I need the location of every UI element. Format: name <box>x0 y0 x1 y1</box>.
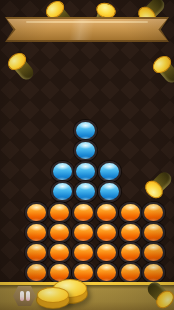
disc-blue[interactable] <box>98 181 121 202</box>
disc-blue[interactable] <box>74 181 97 202</box>
disc-orange[interactable] <box>72 222 95 243</box>
coin-icon <box>142 166 174 201</box>
disc-orange[interactable] <box>142 242 165 263</box>
disc-orange[interactable] <box>72 242 95 263</box>
disc-orange[interactable] <box>142 202 165 223</box>
disc-orange[interactable] <box>119 242 142 263</box>
disc-orange[interactable] <box>48 242 71 263</box>
pause-icon <box>26 291 30 301</box>
disc-orange[interactable] <box>25 262 48 283</box>
disc-orange[interactable] <box>95 242 118 263</box>
disc-orange[interactable] <box>25 242 48 263</box>
banner-text <box>7 19 167 40</box>
disc-blue[interactable] <box>51 161 74 182</box>
disc-orange[interactable] <box>95 202 118 223</box>
disc-orange[interactable] <box>72 202 95 223</box>
disc-blue[interactable] <box>74 140 97 161</box>
disc-blue[interactable] <box>74 120 97 141</box>
game-screen <box>0 0 174 310</box>
disc-orange[interactable] <box>48 222 71 243</box>
coin-face <box>37 287 69 303</box>
disc-blue[interactable] <box>51 181 74 202</box>
disc-orange[interactable] <box>25 202 48 223</box>
title-banner <box>5 17 169 42</box>
disc-orange[interactable] <box>95 262 118 283</box>
coin-icon <box>37 287 69 308</box>
disc-orange[interactable] <box>142 222 165 243</box>
disc-orange[interactable] <box>95 222 118 243</box>
disc-blue[interactable] <box>74 161 97 182</box>
banner-ribbon <box>7 19 167 40</box>
disc-orange[interactable] <box>25 222 48 243</box>
disc-orange[interactable] <box>119 202 142 223</box>
disc-orange[interactable] <box>48 202 71 223</box>
disc-orange[interactable] <box>119 262 142 283</box>
pause-icon <box>20 291 24 301</box>
disc-orange[interactable] <box>119 222 142 243</box>
coin-icon <box>150 52 174 88</box>
coin-icon <box>5 49 40 85</box>
pause-button[interactable] <box>13 286 36 306</box>
disc-blue[interactable] <box>98 161 121 182</box>
